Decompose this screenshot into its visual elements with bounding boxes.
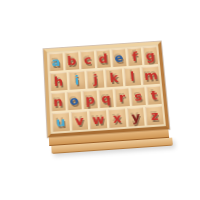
compartment-u[interactable]: u — [52, 112, 70, 132]
letter-tile-v[interactable]: v — [75, 114, 84, 127]
compartment-i[interactable]: i — [68, 71, 86, 90]
letter-tile-o[interactable]: o — [69, 94, 79, 107]
letter-tile-n[interactable]: n — [53, 95, 63, 108]
letter-tile-i[interactable]: i — [74, 74, 79, 87]
compartment-y[interactable]: y — [127, 107, 145, 127]
compartment-j[interactable]: j — [87, 70, 105, 89]
compartment-z[interactable]: z — [145, 106, 163, 126]
letter-tile-t[interactable]: t — [150, 89, 157, 102]
compartment-m[interactable]: m — [142, 66, 160, 85]
compartment-s[interactable]: s — [130, 87, 146, 106]
letter-tile-z[interactable]: z — [150, 109, 159, 122]
letter-tile-x[interactable]: x — [112, 112, 121, 125]
compartment-d[interactable]: d — [96, 49, 111, 68]
compartment-k[interactable]: k — [105, 68, 123, 87]
letter-tile-p[interactable]: p — [85, 93, 95, 106]
letter-tile-r[interactable]: r — [118, 91, 125, 104]
compartment-n[interactable]: n — [51, 92, 66, 111]
letter-tile-h[interactable]: h — [54, 75, 64, 88]
letter-tile-e[interactable]: e — [114, 51, 124, 64]
compartment-p[interactable]: p — [83, 90, 98, 109]
letter-tile-b[interactable]: b — [67, 54, 77, 67]
product-photo: abcdefghijklmnopqrstuvwxyz — [0, 0, 200, 200]
compartment-f[interactable]: f — [127, 47, 142, 66]
compartment-b[interactable]: b — [64, 52, 79, 71]
compartment-e[interactable]: e — [111, 48, 126, 67]
compartment-o[interactable]: o — [67, 91, 82, 110]
letter-tile-q[interactable]: q — [101, 92, 111, 105]
letter-tile-u[interactable]: u — [56, 115, 66, 128]
compartment-a[interactable]: a — [49, 53, 64, 72]
letter-tile-k[interactable]: k — [109, 71, 119, 84]
compartment-t[interactable]: t — [146, 86, 162, 105]
letter-tile-s[interactable]: s — [134, 90, 143, 103]
letter-tile-d[interactable]: d — [98, 52, 108, 65]
letter-tile-f[interactable]: f — [131, 50, 138, 62]
compartment-v[interactable]: v — [70, 111, 88, 131]
movable-alphabet-box: abcdefghijklmnopqrstuvwxyz — [44, 41, 171, 154]
compartment-w[interactable]: w — [89, 110, 107, 130]
letter-tile-m[interactable]: m — [144, 69, 159, 82]
letter-tray: abcdefghijklmnopqrstuvwxyz — [44, 41, 170, 137]
compartment-h[interactable]: h — [50, 72, 68, 91]
compartment-c[interactable]: c — [80, 51, 95, 70]
letter-tile-g[interactable]: g — [145, 49, 155, 62]
compartment-r[interactable]: r — [114, 88, 129, 107]
letter-tile-w[interactable]: w — [92, 113, 105, 127]
letter-tile-a[interactable]: a — [51, 56, 60, 69]
compartment-l[interactable]: l — [123, 67, 141, 86]
compartment-x[interactable]: x — [108, 108, 126, 128]
letter-tile-c[interactable]: c — [83, 53, 91, 66]
compartment-g[interactable]: g — [143, 46, 158, 65]
compartment-q[interactable]: q — [99, 89, 114, 108]
letter-tile-j[interactable]: j — [93, 73, 98, 86]
letter-tile-l[interactable]: l — [130, 70, 135, 83]
letter-tile-y[interactable]: y — [131, 110, 141, 123]
